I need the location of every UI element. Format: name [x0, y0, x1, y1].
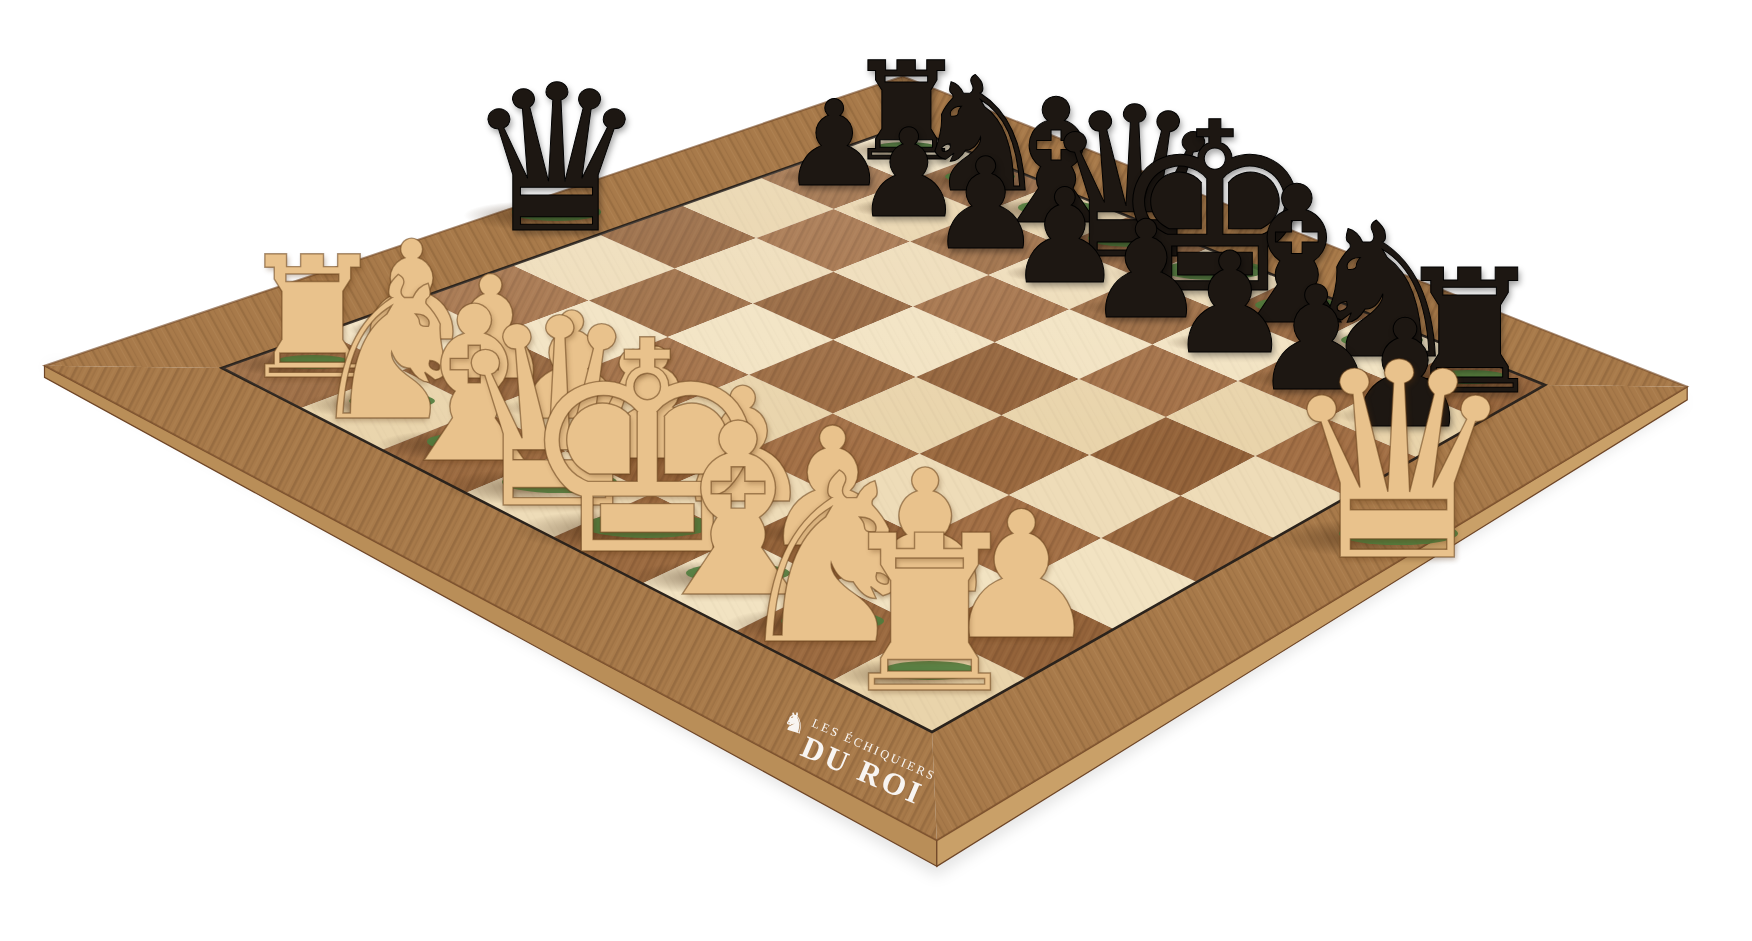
chess-set-product-photo: ♞ LES ÉCHIQUIERS DU ROI ♜♟♞♟♝♛♟♛♟♚♟♝♟♟♞♜… [0, 0, 1752, 941]
chess-board [0, 0, 1752, 941]
